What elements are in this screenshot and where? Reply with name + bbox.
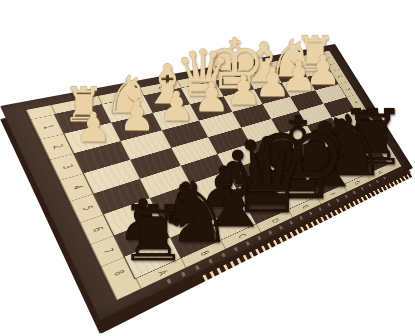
white-pawn-d2[interactable]: ♟ xyxy=(192,77,232,117)
black-rook-a8[interactable]: ♜ xyxy=(115,196,192,273)
white-pawn-a2[interactable]: ♟ xyxy=(73,107,113,147)
white-pawn-b2[interactable]: ♟ xyxy=(117,96,157,136)
pieces-layer: ♜♞♝♛♚♝♞♜♟♟♟♟♟♟♟♟♟♟♟♟♟♟♟♟♜♞♝♛♚♝♞♜ xyxy=(0,0,415,336)
white-pawn-c2[interactable]: ♟ xyxy=(156,86,196,126)
chess-set-photo: 11AA22BB33CC44DD55EE66FF77GG88HH ♜♞♝♛♚♝♞… xyxy=(0,0,415,336)
